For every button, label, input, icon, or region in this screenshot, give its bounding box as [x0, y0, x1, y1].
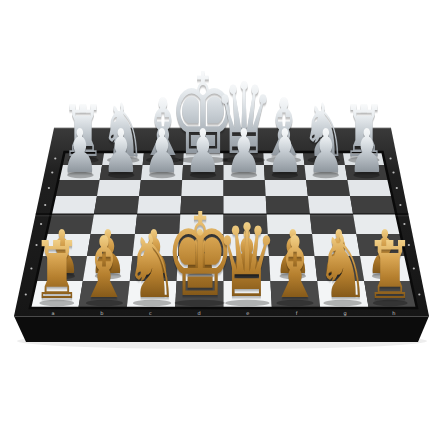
back-rail-mark-h	[359, 138, 361, 140]
square-h5	[350, 196, 396, 214]
right-rail-mark-5	[399, 204, 401, 206]
piece-shadow	[179, 157, 228, 163]
left-rail-mark-6	[48, 187, 50, 189]
right-rail-mark-1	[418, 293, 420, 295]
square-c4	[135, 214, 180, 234]
piece-shadow	[323, 300, 361, 306]
file-label-b: b	[100, 310, 103, 316]
piece-shadow	[373, 300, 408, 306]
piece-shadow	[225, 300, 269, 306]
square-e4	[224, 214, 268, 234]
piece-shadow	[68, 157, 99, 163]
left-rail-mark-3	[35, 244, 37, 246]
piece-shadow	[86, 300, 123, 306]
square-g6	[306, 180, 350, 196]
file-label-d: d	[198, 310, 201, 316]
square-f6	[265, 180, 308, 196]
square-h6	[347, 180, 392, 196]
piece-shadow	[107, 157, 139, 163]
file-label-a: a	[52, 310, 55, 316]
back-rail-mark-g	[320, 138, 322, 140]
square-d6	[181, 180, 223, 196]
square-a6	[55, 180, 100, 196]
square-b4	[91, 214, 137, 234]
square-e5	[224, 196, 267, 214]
right-rail-mark-2	[413, 267, 415, 269]
left-rail-mark-2	[30, 267, 32, 269]
square-c5	[137, 196, 181, 214]
square-a4	[46, 214, 94, 234]
piece-shadow	[222, 157, 265, 163]
piece-shadow	[326, 273, 352, 279]
piece-shadow	[372, 273, 398, 279]
square-b6	[97, 180, 141, 196]
file-label-g: g	[344, 310, 347, 317]
square-d4	[179, 214, 223, 234]
piece-shadow	[174, 300, 224, 306]
piece-shadow	[141, 273, 167, 279]
chess-board: abcdefgh	[0, 0, 444, 444]
square-f3	[268, 234, 315, 256]
square-b5	[94, 196, 139, 214]
piece-shadow	[67, 172, 93, 178]
square-a3	[42, 234, 91, 256]
square-d5	[180, 196, 223, 214]
square-g5	[308, 196, 353, 214]
file-label-h: h	[392, 310, 395, 316]
right-rail-mark-7	[392, 171, 394, 173]
piece-shadow	[313, 172, 339, 178]
square-f4	[267, 214, 312, 234]
back-rail-mark-c	[164, 138, 166, 140]
left-rail-mark-5	[44, 204, 46, 206]
piece-shadow	[49, 273, 75, 279]
back-rail-mark-d	[203, 138, 205, 140]
piece-shadow	[308, 157, 340, 163]
piece-shadow	[280, 273, 306, 279]
square-f5	[266, 196, 310, 214]
piece-shadow	[133, 300, 171, 306]
right-rail-mark-8	[389, 157, 391, 159]
piece-shadow	[95, 273, 121, 279]
piece-shadow	[353, 172, 379, 178]
back-rail-mark-a	[86, 138, 88, 140]
left-rail-mark-1	[25, 293, 27, 295]
piece-shadow	[276, 300, 313, 306]
square-c3	[133, 234, 180, 256]
square-h4	[353, 214, 401, 234]
back-rail-mark-f	[281, 138, 283, 140]
square-g4	[310, 214, 356, 234]
square-c6	[139, 180, 182, 196]
back-rail-mark-b	[125, 138, 127, 140]
piece-shadow	[187, 273, 213, 279]
left-rail-mark-8	[54, 157, 56, 159]
square-d3	[178, 234, 224, 256]
left-rail-mark-7	[51, 171, 53, 173]
square-b3	[87, 234, 135, 256]
piece-shadow	[108, 172, 134, 178]
piece-shadow	[231, 172, 257, 178]
piece-shadow	[233, 273, 259, 279]
piece-shadow	[149, 172, 175, 178]
square-g3	[312, 234, 360, 256]
square-a5	[51, 196, 97, 214]
file-label-e: e	[246, 310, 249, 316]
piece-shadow	[266, 157, 301, 163]
piece-shadow	[146, 157, 181, 163]
square-e6	[224, 180, 266, 196]
chess-set-photo: abcdefgh ♜♞♝♚♛♝♞♜♟♟♟♟♟♟♟♟♟♟♟♟♟♟♟♟♜♝♞♚♛♝♞…	[0, 0, 444, 444]
piece-shadow	[272, 172, 298, 178]
right-rail-mark-4	[403, 223, 405, 225]
back-rail-mark-e	[242, 138, 244, 140]
file-label-c: c	[149, 310, 152, 316]
file-label-f: f	[296, 310, 298, 316]
frame-front-face	[14, 316, 429, 342]
piece-shadow	[39, 300, 74, 306]
square-h3	[356, 234, 405, 256]
piece-shadow	[348, 157, 379, 163]
piece-shadow	[190, 172, 216, 178]
left-rail-mark-4	[40, 223, 42, 225]
square-e3	[224, 234, 270, 256]
right-rail-mark-6	[396, 187, 398, 189]
right-rail-mark-3	[408, 244, 410, 246]
